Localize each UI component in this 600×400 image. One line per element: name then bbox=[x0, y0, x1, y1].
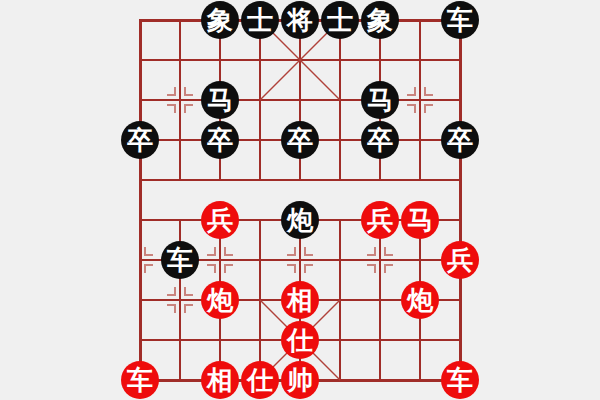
piece-black-soldier[interactable]: 卒 bbox=[441, 121, 479, 159]
piece-red-chariot[interactable]: 车 bbox=[441, 361, 479, 399]
piece-black-general[interactable]: 将 bbox=[281, 1, 319, 39]
piece-red-soldier[interactable]: 兵 bbox=[441, 241, 479, 279]
piece-black-soldier[interactable]: 卒 bbox=[121, 121, 159, 159]
piece-red-cannon[interactable]: 炮 bbox=[201, 281, 239, 319]
pieces-layer: 象士将士象车马马卒卒卒卒卒炮车兵兵马兵炮相炮仕车相仕帅车 bbox=[0, 0, 600, 400]
piece-red-elephant[interactable]: 相 bbox=[201, 361, 239, 399]
piece-black-elephant[interactable]: 象 bbox=[201, 1, 239, 39]
piece-black-chariot[interactable]: 车 bbox=[441, 1, 479, 39]
piece-black-soldier[interactable]: 卒 bbox=[201, 121, 239, 159]
piece-black-horse[interactable]: 马 bbox=[201, 81, 239, 119]
xiangqi-app: 象士将士象车马马卒卒卒卒卒炮车兵兵马兵炮相炮仕车相仕帅车 bbox=[0, 0, 600, 400]
piece-red-cannon[interactable]: 炮 bbox=[401, 281, 439, 319]
piece-red-soldier[interactable]: 兵 bbox=[201, 201, 239, 239]
piece-black-elephant[interactable]: 象 bbox=[361, 1, 399, 39]
piece-black-soldier[interactable]: 卒 bbox=[361, 121, 399, 159]
xiangqi-board[interactable]: 象士将士象车马马卒卒卒卒卒炮车兵兵马兵炮相炮仕车相仕帅车 bbox=[0, 0, 600, 400]
piece-red-horse[interactable]: 马 bbox=[401, 201, 439, 239]
piece-black-cannon[interactable]: 炮 bbox=[281, 201, 319, 239]
piece-black-advisor[interactable]: 士 bbox=[241, 1, 279, 39]
piece-black-soldier[interactable]: 卒 bbox=[281, 121, 319, 159]
piece-red-elephant[interactable]: 相 bbox=[281, 281, 319, 319]
piece-black-chariot[interactable]: 车 bbox=[161, 241, 199, 279]
piece-red-chariot[interactable]: 车 bbox=[121, 361, 159, 399]
piece-red-general[interactable]: 帅 bbox=[281, 361, 319, 399]
piece-red-soldier[interactable]: 兵 bbox=[361, 201, 399, 239]
piece-black-advisor[interactable]: 士 bbox=[321, 1, 359, 39]
piece-red-advisor[interactable]: 仕 bbox=[241, 361, 279, 399]
piece-red-advisor[interactable]: 仕 bbox=[281, 321, 319, 359]
piece-black-horse[interactable]: 马 bbox=[361, 81, 399, 119]
